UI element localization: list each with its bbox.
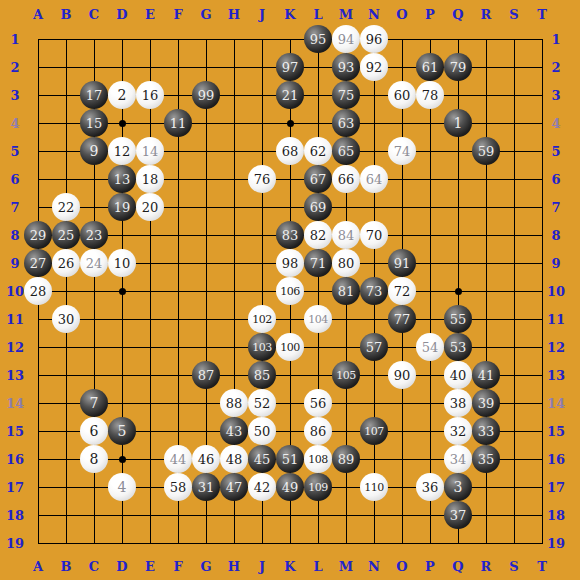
move-number: 66 [338, 173, 355, 186]
stone-black-n12: 57 [360, 333, 388, 361]
stone-white-m6: 66 [332, 165, 360, 193]
move-number: 16 [142, 89, 159, 102]
stone-white-j15: 50 [248, 417, 276, 445]
stone-white-f16: 44 [164, 445, 192, 473]
stone-black-l7: 69 [304, 193, 332, 221]
row-label-right-18: 18 [547, 509, 565, 522]
stone-white-b9: 26 [52, 249, 80, 277]
move-number: 86 [310, 425, 327, 438]
row-label-left-13: 13 [6, 369, 24, 382]
col-label-bottom-b: B [61, 560, 72, 573]
move-number: 26 [58, 257, 75, 270]
col-label-bottom-h: H [228, 560, 240, 573]
move-number: 82 [310, 229, 327, 242]
stone-white-h14: 88 [220, 389, 248, 417]
col-label-bottom-o: O [396, 560, 407, 573]
move-number: 51 [282, 453, 299, 466]
stone-white-m1: 94 [332, 25, 360, 53]
move-number: 7 [90, 397, 99, 410]
stone-white-j11: 102 [248, 305, 276, 333]
col-label-top-d: D [116, 8, 127, 21]
stone-black-c8: 23 [80, 221, 108, 249]
row-label-right-16: 16 [547, 453, 565, 466]
stone-black-r13: 41 [472, 361, 500, 389]
move-number: 38 [450, 397, 467, 410]
move-number: 53 [450, 341, 467, 354]
move-number: 102 [252, 313, 272, 326]
stone-white-j17: 42 [248, 473, 276, 501]
move-number: 54 [422, 341, 439, 354]
row-label-left-9: 9 [10, 257, 19, 270]
col-label-bottom-t: T [537, 560, 547, 573]
stone-white-l15: 86 [304, 417, 332, 445]
row-label-left-16: 16 [6, 453, 24, 466]
move-number: 74 [394, 145, 411, 158]
move-number: 73 [366, 285, 383, 298]
stone-white-g16: 46 [192, 445, 220, 473]
stone-black-d15: 5 [108, 417, 136, 445]
col-label-top-o: O [396, 8, 407, 21]
row-label-right-1: 1 [551, 33, 560, 46]
stone-white-n17: 110 [360, 473, 388, 501]
move-number: 57 [366, 341, 383, 354]
stone-black-k8: 83 [276, 221, 304, 249]
move-number: 52 [254, 397, 271, 410]
move-number: 104 [308, 313, 328, 326]
stone-white-k10: 106 [276, 277, 304, 305]
stone-white-c9: 24 [80, 249, 108, 277]
row-label-right-11: 11 [547, 313, 565, 326]
move-number: 42 [254, 481, 271, 494]
stone-black-r15: 33 [472, 417, 500, 445]
row-label-left-4: 4 [10, 117, 19, 130]
col-label-bottom-n: N [368, 560, 380, 573]
move-number: 28 [30, 285, 47, 298]
stone-black-h15: 43 [220, 417, 248, 445]
stone-black-m2: 93 [332, 53, 360, 81]
stone-black-g17: 31 [192, 473, 220, 501]
row-label-right-2: 2 [551, 61, 560, 74]
stone-black-g13: 87 [192, 361, 220, 389]
row-label-right-13: 13 [547, 369, 565, 382]
col-label-top-a: A [33, 8, 43, 21]
stone-white-k9: 98 [276, 249, 304, 277]
row-label-left-8: 8 [10, 229, 19, 242]
stone-black-q17: 3 [444, 473, 472, 501]
move-number: 10 [114, 257, 131, 270]
move-number: 90 [394, 369, 411, 382]
move-number: 35 [478, 453, 495, 466]
stone-white-e6: 18 [136, 165, 164, 193]
stone-black-m13: 105 [332, 361, 360, 389]
move-number: 98 [282, 257, 299, 270]
move-number: 100 [280, 341, 300, 354]
stone-black-m16: 89 [332, 445, 360, 473]
stone-black-l6: 67 [304, 165, 332, 193]
col-label-bottom-j: J [259, 560, 265, 573]
row-label-left-19: 19 [6, 537, 24, 550]
move-number: 91 [394, 257, 411, 270]
row-label-right-15: 15 [547, 425, 565, 438]
stone-black-b8: 25 [52, 221, 80, 249]
row-label-left-11: 11 [6, 313, 24, 326]
col-label-top-f: F [173, 8, 182, 21]
stone-black-k3: 21 [276, 81, 304, 109]
row-label-right-9: 9 [551, 257, 560, 270]
stone-black-d6: 13 [108, 165, 136, 193]
move-number: 78 [422, 89, 439, 102]
move-number: 83 [282, 229, 299, 242]
stone-white-c15: 6 [80, 417, 108, 445]
move-number: 105 [336, 369, 356, 382]
move-number: 76 [254, 173, 271, 186]
col-label-top-h: H [228, 8, 240, 21]
row-label-right-8: 8 [551, 229, 560, 242]
move-number: 87 [198, 369, 215, 382]
col-label-bottom-s: S [509, 560, 518, 573]
stone-black-k16: 51 [276, 445, 304, 473]
move-number: 25 [58, 229, 75, 242]
stone-white-d9: 10 [108, 249, 136, 277]
stone-black-k17: 49 [276, 473, 304, 501]
stone-white-n1: 96 [360, 25, 388, 53]
col-label-bottom-c: C [89, 560, 99, 573]
col-label-top-b: B [61, 8, 72, 21]
move-number: 71 [310, 257, 327, 270]
stone-black-p2: 61 [416, 53, 444, 81]
stone-white-p12: 54 [416, 333, 444, 361]
col-label-top-n: N [368, 8, 380, 21]
move-number: 46 [198, 453, 215, 466]
stone-white-h16: 48 [220, 445, 248, 473]
stone-white-l16: 108 [304, 445, 332, 473]
move-number: 36 [422, 481, 439, 494]
stone-white-d5: 12 [108, 137, 136, 165]
stone-white-n2: 92 [360, 53, 388, 81]
move-number: 9 [90, 145, 99, 158]
col-label-bottom-d: D [116, 560, 127, 573]
move-number: 110 [364, 481, 384, 494]
move-number: 6 [90, 425, 99, 438]
stone-white-b11: 30 [52, 305, 80, 333]
move-number: 23 [86, 229, 103, 242]
stone-white-f17: 58 [164, 473, 192, 501]
stone-black-o9: 91 [388, 249, 416, 277]
move-number: 33 [478, 425, 495, 438]
stone-black-q18: 37 [444, 501, 472, 529]
move-number: 34 [450, 453, 467, 466]
stone-black-l17: 109 [304, 473, 332, 501]
move-number: 60 [394, 89, 411, 102]
col-label-top-l: L [313, 8, 322, 21]
move-number: 97 [282, 61, 299, 74]
move-number: 96 [366, 33, 383, 46]
stone-black-j16: 45 [248, 445, 276, 473]
move-number: 1 [454, 117, 463, 130]
move-number: 39 [478, 397, 495, 410]
stone-white-o10: 72 [388, 277, 416, 305]
stone-white-n6: 64 [360, 165, 388, 193]
col-label-top-e: E [145, 8, 155, 21]
col-label-top-m: M [339, 8, 353, 21]
stone-black-a9: 27 [24, 249, 52, 277]
move-number: 61 [422, 61, 439, 74]
move-number: 45 [254, 453, 271, 466]
move-number: 8 [90, 453, 99, 466]
col-label-top-c: C [89, 8, 99, 21]
col-label-bottom-g: G [200, 560, 211, 573]
row-label-left-5: 5 [10, 145, 19, 158]
stone-white-j6: 76 [248, 165, 276, 193]
go-board[interactable]: AABBCCDDEEFFGGHHJJKKLLMMNNOOPPQQRRSSTT11… [0, 0, 580, 580]
move-number: 4 [118, 481, 127, 494]
col-label-top-k: K [284, 8, 295, 21]
row-label-right-5: 5 [551, 145, 560, 158]
col-label-top-j: J [259, 8, 265, 21]
stone-white-q14: 38 [444, 389, 472, 417]
col-label-top-q: Q [452, 8, 463, 21]
col-label-bottom-f: F [173, 560, 182, 573]
col-label-top-g: G [200, 8, 211, 21]
stone-black-m5: 65 [332, 137, 360, 165]
move-number: 63 [338, 117, 355, 130]
move-number: 43 [226, 425, 243, 438]
move-number: 2 [118, 89, 127, 102]
move-number: 27 [30, 257, 47, 270]
row-label-left-15: 15 [6, 425, 24, 438]
move-number: 29 [30, 229, 47, 242]
move-number: 103 [252, 341, 272, 354]
stone-black-k2: 97 [276, 53, 304, 81]
col-label-top-p: P [425, 8, 435, 21]
row-label-right-14: 14 [547, 397, 565, 410]
row-label-left-6: 6 [10, 173, 19, 186]
stone-white-b7: 22 [52, 193, 80, 221]
stone-black-d7: 19 [108, 193, 136, 221]
row-label-right-7: 7 [551, 201, 560, 214]
star-point-k4 [287, 120, 294, 127]
stone-white-c16: 8 [80, 445, 108, 473]
stone-white-q15: 32 [444, 417, 472, 445]
stone-black-q12: 53 [444, 333, 472, 361]
move-number: 44 [170, 453, 187, 466]
move-number: 20 [142, 201, 159, 214]
move-number: 17 [86, 89, 103, 102]
move-number: 88 [226, 397, 243, 410]
move-number: 84 [338, 229, 355, 242]
move-number: 69 [310, 201, 327, 214]
stone-black-c5: 9 [80, 137, 108, 165]
stone-white-j14: 52 [248, 389, 276, 417]
move-number: 95 [310, 33, 327, 46]
move-number: 85 [254, 369, 271, 382]
move-number: 67 [310, 173, 327, 186]
stone-black-q11: 55 [444, 305, 472, 333]
row-label-right-17: 17 [547, 481, 565, 494]
stone-black-j13: 85 [248, 361, 276, 389]
row-label-right-3: 3 [551, 89, 560, 102]
col-label-bottom-k: K [284, 560, 295, 573]
move-number: 68 [282, 145, 299, 158]
stone-black-c4: 15 [80, 109, 108, 137]
move-number: 56 [310, 397, 327, 410]
stone-black-r16: 35 [472, 445, 500, 473]
star-point-d10 [119, 288, 126, 295]
row-label-right-6: 6 [551, 173, 560, 186]
move-number: 48 [226, 453, 243, 466]
stone-black-h17: 47 [220, 473, 248, 501]
row-label-left-18: 18 [6, 509, 24, 522]
move-number: 50 [254, 425, 271, 438]
move-number: 49 [282, 481, 299, 494]
move-number: 11 [170, 117, 187, 130]
move-number: 70 [366, 229, 383, 242]
stone-white-a10: 28 [24, 277, 52, 305]
stone-white-q16: 34 [444, 445, 472, 473]
row-label-left-2: 2 [10, 61, 19, 74]
move-number: 65 [338, 145, 355, 158]
stone-black-f4: 11 [164, 109, 192, 137]
move-number: 64 [366, 173, 383, 186]
col-label-bottom-p: P [425, 560, 435, 573]
stone-black-c14: 7 [80, 389, 108, 417]
move-number: 40 [450, 369, 467, 382]
stone-black-j12: 103 [248, 333, 276, 361]
stone-white-q13: 40 [444, 361, 472, 389]
move-number: 93 [338, 61, 355, 74]
move-number: 59 [478, 145, 495, 158]
move-number: 12 [114, 145, 131, 158]
move-number: 5 [118, 425, 127, 438]
star-point-q10 [455, 288, 462, 295]
stone-white-p17: 36 [416, 473, 444, 501]
move-number: 79 [450, 61, 467, 74]
move-number: 99 [198, 89, 215, 102]
stone-white-e3: 16 [136, 81, 164, 109]
move-number: 94 [338, 33, 355, 46]
stone-black-c3: 17 [80, 81, 108, 109]
move-number: 19 [114, 201, 131, 214]
move-number: 37 [450, 509, 467, 522]
stone-white-l8: 82 [304, 221, 332, 249]
stone-black-g3: 99 [192, 81, 220, 109]
row-label-right-4: 4 [551, 117, 560, 130]
move-number: 75 [338, 89, 355, 102]
row-label-left-1: 1 [10, 33, 19, 46]
stone-black-m3: 75 [332, 81, 360, 109]
row-label-right-12: 12 [547, 341, 565, 354]
move-number: 72 [394, 285, 411, 298]
move-number: 77 [394, 313, 411, 326]
stone-white-k12: 100 [276, 333, 304, 361]
stone-black-r14: 39 [472, 389, 500, 417]
col-label-bottom-e: E [145, 560, 155, 573]
move-number: 13 [114, 173, 131, 186]
stone-black-r5: 59 [472, 137, 500, 165]
stone-white-o3: 60 [388, 81, 416, 109]
stone-black-m10: 81 [332, 277, 360, 305]
move-number: 107 [364, 425, 384, 438]
stone-white-k5: 68 [276, 137, 304, 165]
col-label-bottom-q: Q [452, 560, 463, 573]
stone-black-n10: 73 [360, 277, 388, 305]
stone-black-q2: 79 [444, 53, 472, 81]
move-number: 109 [308, 481, 328, 494]
move-number: 30 [58, 313, 75, 326]
move-number: 18 [142, 173, 159, 186]
stone-white-l5: 62 [304, 137, 332, 165]
move-number: 89 [338, 453, 355, 466]
move-number: 108 [308, 453, 328, 466]
move-number: 31 [198, 481, 215, 494]
col-label-top-r: R [481, 8, 492, 21]
col-label-bottom-r: R [481, 560, 492, 573]
stone-black-m4: 63 [332, 109, 360, 137]
stone-white-d17: 4 [108, 473, 136, 501]
move-number: 62 [310, 145, 327, 158]
stone-white-d3: 2 [108, 81, 136, 109]
stone-white-l11: 104 [304, 305, 332, 333]
row-label-left-17: 17 [6, 481, 24, 494]
move-number: 41 [478, 369, 495, 382]
col-label-top-t: T [537, 8, 547, 21]
row-label-left-3: 3 [10, 89, 19, 102]
stone-black-n15: 107 [360, 417, 388, 445]
move-number: 47 [226, 481, 243, 494]
move-number: 92 [366, 61, 383, 74]
col-label-bottom-a: A [33, 560, 43, 573]
stone-white-o5: 74 [388, 137, 416, 165]
row-label-left-10: 10 [6, 285, 24, 298]
move-number: 58 [170, 481, 187, 494]
move-number: 55 [450, 313, 467, 326]
stone-white-m8: 84 [332, 221, 360, 249]
col-label-top-s: S [509, 8, 518, 21]
star-point-d16 [119, 456, 126, 463]
stone-black-l9: 71 [304, 249, 332, 277]
row-label-left-7: 7 [10, 201, 19, 214]
stone-white-n8: 70 [360, 221, 388, 249]
stone-black-a8: 29 [24, 221, 52, 249]
move-number: 22 [58, 201, 75, 214]
move-number: 80 [338, 257, 355, 270]
move-number: 15 [86, 117, 103, 130]
col-label-bottom-l: L [313, 560, 322, 573]
star-point-d4 [119, 120, 126, 127]
row-label-left-12: 12 [6, 341, 24, 354]
col-label-bottom-m: M [339, 560, 353, 573]
move-number: 24 [86, 257, 103, 270]
stone-black-l1: 95 [304, 25, 332, 53]
move-number: 21 [282, 89, 299, 102]
move-number: 3 [454, 481, 463, 494]
row-label-left-14: 14 [6, 397, 24, 410]
stone-white-m9: 80 [332, 249, 360, 277]
stone-black-q4: 1 [444, 109, 472, 137]
move-number: 14 [142, 145, 159, 158]
move-number: 106 [280, 285, 300, 298]
stone-white-p3: 78 [416, 81, 444, 109]
stone-white-l14: 56 [304, 389, 332, 417]
move-number: 81 [338, 285, 355, 298]
row-label-right-19: 19 [547, 537, 565, 550]
stone-white-e7: 20 [136, 193, 164, 221]
stone-black-o11: 77 [388, 305, 416, 333]
stone-white-e5: 14 [136, 137, 164, 165]
move-number: 32 [450, 425, 467, 438]
row-label-right-10: 10 [547, 285, 565, 298]
stone-white-o13: 90 [388, 361, 416, 389]
